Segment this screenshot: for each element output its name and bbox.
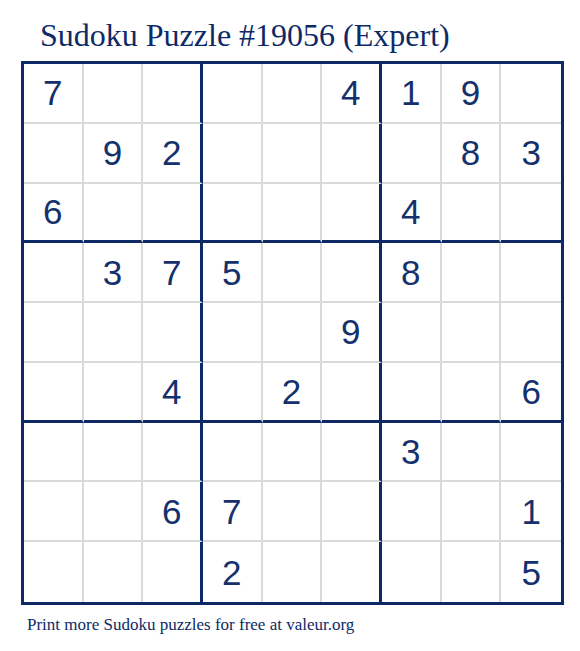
cell-r9c3 [143,542,203,602]
cell-r6c7 [382,363,442,423]
cell-r3c8 [442,184,502,244]
cell-r7c7: 3 [382,423,442,483]
cell-r8c4: 7 [203,482,263,542]
cell-r1c7: 1 [382,64,442,124]
cell-r5c9 [501,303,561,363]
cell-r8c5 [263,482,323,542]
cell-r4c3: 7 [143,243,203,303]
cell-r9c5 [263,542,323,602]
cell-r4c4: 5 [203,243,263,303]
sudoku-page: Sudoku Puzzle #19056 (Expert) 7419928364… [0,0,580,651]
cell-r7c4 [203,423,263,483]
cell-r3c1: 6 [24,184,84,244]
cell-r8c6 [322,482,382,542]
cell-r4c7: 8 [382,243,442,303]
footer-text: Print more Sudoku puzzles for free at va… [27,615,354,635]
cell-r2c5 [263,124,323,184]
cell-r1c5 [263,64,323,124]
cell-r5c2 [84,303,144,363]
cell-r2c2: 9 [84,124,144,184]
cell-r8c7 [382,482,442,542]
cell-r7c5 [263,423,323,483]
cell-r8c3: 6 [143,482,203,542]
cell-r8c2 [84,482,144,542]
cell-r8c8 [442,482,502,542]
cell-r2c3: 2 [143,124,203,184]
cell-r4c5 [263,243,323,303]
cell-r7c6 [322,423,382,483]
cell-r5c5 [263,303,323,363]
cell-r1c2 [84,64,144,124]
cell-r4c9 [501,243,561,303]
cell-r5c7 [382,303,442,363]
cell-r6c3: 4 [143,363,203,423]
cell-r3c9 [501,184,561,244]
cell-r9c7 [382,542,442,602]
cell-r2c7 [382,124,442,184]
cell-r8c9: 1 [501,482,561,542]
cell-r3c4 [203,184,263,244]
cell-r7c3 [143,423,203,483]
cell-r6c8 [442,363,502,423]
cell-r9c4: 2 [203,542,263,602]
cell-r2c6 [322,124,382,184]
cell-r1c8: 9 [442,64,502,124]
cell-r6c5: 2 [263,363,323,423]
cell-r2c1 [24,124,84,184]
cell-r4c6 [322,243,382,303]
cell-r6c9: 6 [501,363,561,423]
cell-r3c6 [322,184,382,244]
cell-r4c2: 3 [84,243,144,303]
cell-r7c9 [501,423,561,483]
cell-r7c2 [84,423,144,483]
cell-r3c3 [143,184,203,244]
cell-r2c4 [203,124,263,184]
cell-r7c1 [24,423,84,483]
cell-r2c8: 8 [442,124,502,184]
cell-r4c1 [24,243,84,303]
cell-r9c9: 5 [501,542,561,602]
cell-r6c6 [322,363,382,423]
cell-r9c6 [322,542,382,602]
page-title: Sudoku Puzzle #19056 (Expert) [40,17,450,54]
cell-r2c9: 3 [501,124,561,184]
sudoku-board: 741992836437589426367125 [21,61,564,605]
cell-r5c3 [143,303,203,363]
cell-r5c4 [203,303,263,363]
cell-r8c1 [24,482,84,542]
cell-r6c1 [24,363,84,423]
cell-r1c6: 4 [322,64,382,124]
cell-r6c2 [84,363,144,423]
cell-r5c1 [24,303,84,363]
cell-r1c9 [501,64,561,124]
cell-r3c2 [84,184,144,244]
cell-r3c7: 4 [382,184,442,244]
cell-r9c2 [84,542,144,602]
cell-r9c1 [24,542,84,602]
cell-r5c6: 9 [322,303,382,363]
cell-r1c3 [143,64,203,124]
cell-r5c8 [442,303,502,363]
cell-r4c8 [442,243,502,303]
cell-r3c5 [263,184,323,244]
cell-r6c4 [203,363,263,423]
cell-r9c8 [442,542,502,602]
cell-r1c1: 7 [24,64,84,124]
cell-r1c4 [203,64,263,124]
cell-r7c8 [442,423,502,483]
